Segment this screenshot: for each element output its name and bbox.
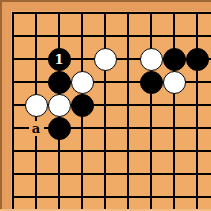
grid-vertical-line <box>12 12 14 211</box>
grid-vertical-line <box>173 12 175 211</box>
grid-vertical-line <box>127 12 129 211</box>
board-frame-left-edge <box>0 0 2 211</box>
grid-vertical-line <box>104 12 106 211</box>
black-stone[interactable] <box>71 94 94 117</box>
grid-vertical-line <box>196 12 198 211</box>
grid-horizontal-line <box>12 35 211 37</box>
white-stone[interactable] <box>94 48 117 71</box>
grid-horizontal-line <box>12 196 211 198</box>
white-stone[interactable] <box>163 71 186 94</box>
grid-horizontal-line <box>12 173 211 175</box>
black-stone[interactable]: 1 <box>48 48 71 71</box>
go-board: a1 <box>11 11 211 211</box>
grid-horizontal-line <box>12 12 211 14</box>
white-stone[interactable] <box>71 71 94 94</box>
point-label[interactable]: a <box>29 121 44 136</box>
grid-vertical-line <box>150 12 152 211</box>
black-stone[interactable] <box>48 71 71 94</box>
black-stone[interactable] <box>140 71 163 94</box>
board-frame-top-edge <box>0 0 211 2</box>
white-stone[interactable] <box>25 94 48 117</box>
black-stone[interactable] <box>48 117 71 140</box>
white-stone[interactable] <box>140 48 163 71</box>
black-stone[interactable] <box>163 48 186 71</box>
board-frame-bottom-edge <box>0 209 211 211</box>
black-stone[interactable] <box>186 48 209 71</box>
go-board-diagram: a1 <box>0 0 211 211</box>
move-number-label: 1 <box>54 53 63 66</box>
grid-horizontal-line <box>12 150 211 152</box>
white-stone[interactable] <box>48 94 71 117</box>
